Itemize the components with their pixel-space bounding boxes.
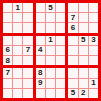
sudoku-cell-r9c4[interactable]: [36, 89, 45, 98]
sudoku-box-4: 678: [3, 36, 33, 66]
sudoku-cell-r7c7[interactable]: [68, 68, 77, 77]
cell-digit: 1: [91, 79, 95, 87]
sudoku-box-6: 53: [68, 36, 98, 66]
sudoku-cell-r3c4[interactable]: [36, 23, 45, 32]
cell-digit: 3: [91, 36, 95, 44]
sudoku-cell-r2c7[interactable]: 7: [68, 13, 77, 22]
sudoku-cell-r9c5[interactable]: [46, 89, 55, 98]
cell-digit: 7: [26, 46, 30, 54]
sudoku-cell-r5c1[interactable]: 6: [3, 46, 12, 55]
sudoku-cell-r6c2[interactable]: [13, 56, 22, 65]
sudoku-cell-r2c2[interactable]: [13, 13, 22, 22]
cell-digit: 7: [71, 14, 75, 22]
sudoku-cell-r3c9[interactable]: [89, 23, 98, 32]
sudoku-cell-r8c4[interactable]: 9: [36, 79, 45, 88]
cell-digit: 8: [38, 69, 42, 77]
sudoku-cell-r7c6[interactable]: [56, 68, 65, 77]
sudoku-cell-r8c8[interactable]: [79, 79, 88, 88]
sudoku-cell-r5c6[interactable]: [56, 46, 65, 55]
sudoku-cell-r4c3[interactable]: [23, 36, 32, 45]
sudoku-cell-r1c4[interactable]: [36, 3, 45, 12]
sudoku-box-8: 89: [36, 68, 66, 98]
sudoku-box-1: 1: [3, 3, 33, 33]
sudoku-cell-r1c6[interactable]: [56, 3, 65, 12]
sudoku-cell-r5c8[interactable]: [79, 46, 88, 55]
sudoku-cell-r9c9[interactable]: [89, 89, 98, 98]
sudoku-cell-r1c5[interactable]: 5: [46, 3, 55, 12]
sudoku-cell-r9c8[interactable]: 2: [79, 89, 88, 98]
sudoku-cell-r8c5[interactable]: [46, 79, 55, 88]
sudoku-cell-r7c4[interactable]: 8: [36, 68, 45, 77]
sudoku-cell-r3c5[interactable]: [46, 23, 55, 32]
sudoku-cell-r9c6[interactable]: [56, 89, 65, 98]
sudoku-cell-r2c5[interactable]: [46, 13, 55, 22]
sudoku-cell-r2c9[interactable]: [89, 13, 98, 22]
cell-digit: 2: [81, 89, 85, 97]
sudoku-cell-r3c7[interactable]: 6: [68, 23, 77, 32]
sudoku-cell-r1c7[interactable]: [68, 3, 77, 12]
cell-digit: 6: [5, 46, 9, 54]
sudoku-cell-r7c3[interactable]: [23, 68, 32, 77]
sudoku-cell-r7c8[interactable]: [79, 68, 88, 77]
sudoku-cell-r4c2[interactable]: [13, 36, 22, 45]
sudoku-cell-r7c5[interactable]: [46, 68, 55, 77]
cell-digit: 6: [71, 24, 75, 32]
sudoku-cell-r3c3[interactable]: [23, 23, 32, 32]
sudoku-cell-r5c2[interactable]: [13, 46, 22, 55]
sudoku-cell-r2c1[interactable]: [3, 13, 12, 22]
sudoku-cell-r9c2[interactable]: [13, 89, 22, 98]
cell-digit: 1: [16, 4, 20, 12]
sudoku-cell-r4c4[interactable]: [36, 36, 45, 45]
sudoku-cell-r5c9[interactable]: [89, 46, 98, 55]
cell-digit: 8: [5, 57, 9, 65]
sudoku-cell-r9c3[interactable]: [23, 89, 32, 98]
cell-digit: 9: [38, 79, 42, 87]
sudoku-cell-r7c9[interactable]: [89, 68, 98, 77]
sudoku-cell-r6c3[interactable]: [23, 56, 32, 65]
sudoku-box-5: 14: [36, 36, 66, 66]
sudoku-cell-r2c4[interactable]: [36, 13, 45, 22]
sudoku-cell-r9c1[interactable]: [3, 89, 12, 98]
sudoku-cell-r6c8[interactable]: [79, 56, 88, 65]
sudoku-cell-r6c7[interactable]: [68, 56, 77, 65]
sudoku-cell-r5c4[interactable]: 4: [36, 46, 45, 55]
cell-digit: 4: [38, 46, 42, 54]
sudoku-cell-r1c1[interactable]: [3, 3, 12, 12]
sudoku-cell-r6c5[interactable]: [46, 56, 55, 65]
sudoku-cell-r1c8[interactable]: [79, 3, 88, 12]
sudoku-cell-r6c9[interactable]: [89, 56, 98, 65]
sudoku-box-2: 5: [36, 3, 66, 33]
sudoku-cell-r6c1[interactable]: 8: [3, 56, 12, 65]
sudoku-cell-r3c1[interactable]: [3, 23, 12, 32]
sudoku-cell-r5c7[interactable]: [68, 46, 77, 55]
sudoku-cell-r4c9[interactable]: 3: [89, 36, 98, 45]
sudoku-cell-r8c2[interactable]: [13, 79, 22, 88]
sudoku-cell-r5c5[interactable]: [46, 46, 55, 55]
sudoku-cell-r7c2[interactable]: [13, 68, 22, 77]
sudoku-cell-r1c3[interactable]: [23, 3, 32, 12]
sudoku-cell-r1c9[interactable]: [89, 3, 98, 12]
cell-digit: 5: [48, 4, 52, 12]
sudoku-cell-r5c3[interactable]: 7: [23, 46, 32, 55]
sudoku-cell-r8c1[interactable]: [3, 79, 12, 88]
sudoku-cell-r8c6[interactable]: [56, 79, 65, 88]
sudoku-cell-r1c2[interactable]: 1: [13, 3, 22, 12]
sudoku-cell-r6c6[interactable]: [56, 56, 65, 65]
sudoku-cell-r4c1[interactable]: [3, 36, 12, 45]
sudoku-cell-r3c6[interactable]: [56, 23, 65, 32]
sudoku-cell-r4c5[interactable]: 1: [46, 36, 55, 45]
sudoku-cell-r8c7[interactable]: [68, 79, 77, 88]
sudoku-cell-r6c4[interactable]: [36, 56, 45, 65]
sudoku-cell-r9c7[interactable]: 5: [68, 89, 77, 98]
sudoku-cell-r3c8[interactable]: [79, 23, 88, 32]
cell-digit: 5: [81, 36, 85, 44]
sudoku-cell-r2c8[interactable]: [79, 13, 88, 22]
sudoku-box-9: 152: [68, 68, 98, 98]
sudoku-cell-r3c2[interactable]: [13, 23, 22, 32]
sudoku-cell-r4c8[interactable]: 5: [79, 36, 88, 45]
sudoku-box-7: 7: [3, 68, 33, 98]
cell-digit: 5: [71, 89, 75, 97]
sudoku-cell-r7c1[interactable]: 7: [3, 68, 12, 77]
sudoku-cell-r4c7[interactable]: [68, 36, 77, 45]
cell-digit: 1: [48, 36, 52, 44]
sudoku-cell-r2c3[interactable]: [23, 13, 32, 22]
sudoku-cell-r8c9[interactable]: 1: [89, 79, 98, 88]
sudoku-cell-r8c3[interactable]: [23, 79, 32, 88]
sudoku-box-3: 76: [68, 3, 98, 33]
sudoku-board: 15766781453789152: [0, 0, 101, 101]
sudoku-cell-r4c6[interactable]: [56, 36, 65, 45]
cell-digit: 7: [5, 69, 9, 77]
sudoku-cell-r2c6[interactable]: [56, 13, 65, 22]
